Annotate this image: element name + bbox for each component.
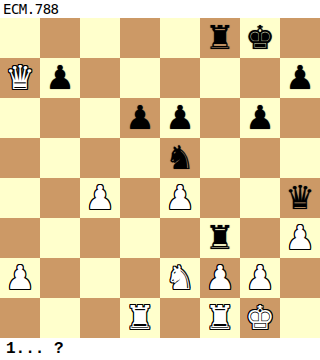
black-king: ♚ [245, 18, 275, 58]
problem-id: ECM.788 [3, 0, 59, 18]
black-pawn: ♟ [285, 58, 315, 98]
chess-board: ♜♚♛♟♟♟♟♟♞♟♟♛♜♟♟♞♟♟♜♜♚ [0, 18, 320, 338]
square-b1[interactable] [40, 298, 80, 338]
square-b8[interactable] [40, 18, 80, 58]
square-e3[interactable] [160, 218, 200, 258]
square-a7[interactable]: ♛ [0, 58, 40, 98]
square-g1[interactable]: ♚ [240, 298, 280, 338]
square-f3[interactable]: ♜ [200, 218, 240, 258]
white-queen: ♛ [5, 58, 35, 98]
title-bar: ECM.788 [0, 0, 320, 18]
square-e6[interactable]: ♟ [160, 98, 200, 138]
square-h6[interactable] [280, 98, 320, 138]
square-c7[interactable] [80, 58, 120, 98]
square-g7[interactable] [240, 58, 280, 98]
square-a6[interactable] [0, 98, 40, 138]
square-e1[interactable] [160, 298, 200, 338]
square-a2[interactable]: ♟ [0, 258, 40, 298]
square-d8[interactable] [120, 18, 160, 58]
black-pawn: ♟ [45, 58, 75, 98]
square-h8[interactable] [280, 18, 320, 58]
white-pawn: ♟ [165, 178, 195, 218]
square-c3[interactable] [80, 218, 120, 258]
white-rook: ♜ [125, 298, 155, 338]
white-pawn: ♟ [5, 258, 35, 298]
black-pawn: ♟ [125, 98, 155, 138]
square-a3[interactable] [0, 218, 40, 258]
square-e7[interactable] [160, 58, 200, 98]
status-bar: 1... ? [0, 338, 320, 360]
square-d7[interactable] [120, 58, 160, 98]
move-prompt: 1... ? [6, 340, 64, 358]
black-pawn: ♟ [245, 98, 275, 138]
square-f1[interactable]: ♜ [200, 298, 240, 338]
square-e5[interactable]: ♞ [160, 138, 200, 178]
black-rook: ♜ [205, 218, 235, 258]
square-b6[interactable] [40, 98, 80, 138]
white-rook: ♜ [205, 298, 235, 338]
square-e2[interactable]: ♞ [160, 258, 200, 298]
white-knight: ♞ [165, 258, 195, 298]
square-b4[interactable] [40, 178, 80, 218]
black-queen: ♛ [285, 178, 315, 218]
square-d1[interactable]: ♜ [120, 298, 160, 338]
square-d2[interactable] [120, 258, 160, 298]
white-pawn: ♟ [245, 258, 275, 298]
square-b5[interactable] [40, 138, 80, 178]
square-h3[interactable]: ♟ [280, 218, 320, 258]
black-pawn: ♟ [165, 98, 195, 138]
square-e4[interactable]: ♟ [160, 178, 200, 218]
white-pawn: ♟ [205, 258, 235, 298]
square-d6[interactable]: ♟ [120, 98, 160, 138]
square-f6[interactable] [200, 98, 240, 138]
square-h5[interactable] [280, 138, 320, 178]
square-e8[interactable] [160, 18, 200, 58]
square-h7[interactable]: ♟ [280, 58, 320, 98]
square-c2[interactable] [80, 258, 120, 298]
square-a4[interactable] [0, 178, 40, 218]
black-rook: ♜ [205, 18, 235, 58]
square-h1[interactable] [280, 298, 320, 338]
square-c5[interactable] [80, 138, 120, 178]
square-g5[interactable] [240, 138, 280, 178]
square-c1[interactable] [80, 298, 120, 338]
square-b3[interactable] [40, 218, 80, 258]
square-g3[interactable] [240, 218, 280, 258]
square-g4[interactable] [240, 178, 280, 218]
square-a1[interactable] [0, 298, 40, 338]
white-pawn: ♟ [285, 218, 315, 258]
white-pawn: ♟ [85, 178, 115, 218]
square-d5[interactable] [120, 138, 160, 178]
square-h4[interactable]: ♛ [280, 178, 320, 218]
square-d3[interactable] [120, 218, 160, 258]
square-d4[interactable] [120, 178, 160, 218]
square-f2[interactable]: ♟ [200, 258, 240, 298]
square-c6[interactable] [80, 98, 120, 138]
square-g6[interactable]: ♟ [240, 98, 280, 138]
square-a5[interactable] [0, 138, 40, 178]
square-g8[interactable]: ♚ [240, 18, 280, 58]
white-king: ♚ [245, 298, 275, 338]
square-f8[interactable]: ♜ [200, 18, 240, 58]
square-f5[interactable] [200, 138, 240, 178]
square-c8[interactable] [80, 18, 120, 58]
square-b2[interactable] [40, 258, 80, 298]
square-b7[interactable]: ♟ [40, 58, 80, 98]
square-h2[interactable] [280, 258, 320, 298]
square-a8[interactable] [0, 18, 40, 58]
square-f7[interactable] [200, 58, 240, 98]
black-knight: ♞ [165, 138, 195, 178]
square-f4[interactable] [200, 178, 240, 218]
square-g2[interactable]: ♟ [240, 258, 280, 298]
square-c4[interactable]: ♟ [80, 178, 120, 218]
